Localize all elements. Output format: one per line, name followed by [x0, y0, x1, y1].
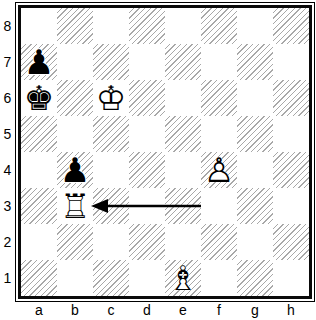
board-inner-frame: ♟♚♚♔♟♟♙♜♖♝♗	[18, 5, 312, 299]
square-a5[interactable]	[21, 116, 57, 152]
rank-label-6: 6	[0, 80, 15, 116]
piece-white-rook-b3[interactable]: ♖	[57, 188, 93, 224]
square-c5[interactable]	[93, 116, 129, 152]
square-d4[interactable]	[129, 152, 165, 188]
chess-diagram: 87654321 ♟♚♚♔♟♟♙♜♖♝♗ abcdefgh	[0, 0, 316, 320]
square-e3[interactable]	[165, 188, 201, 224]
square-e6[interactable]	[165, 80, 201, 116]
square-c7[interactable]	[93, 44, 129, 80]
square-g8[interactable]	[237, 8, 273, 44]
file-labels: abcdefgh	[21, 301, 309, 319]
piece-white-king-c6[interactable]: ♔	[93, 80, 129, 116]
file-label-d: d	[129, 301, 165, 319]
file-label-f: f	[201, 301, 237, 319]
rank-labels: 87654321	[0, 8, 15, 296]
square-d1[interactable]	[129, 260, 165, 296]
square-f7[interactable]	[201, 44, 237, 80]
square-f8[interactable]	[201, 8, 237, 44]
piece-white-bishop-e1[interactable]: ♗	[165, 260, 201, 296]
file-label-a: a	[21, 301, 57, 319]
square-d6[interactable]	[129, 80, 165, 116]
square-g2[interactable]	[237, 224, 273, 260]
rank-label-1: 1	[0, 260, 15, 296]
square-d8[interactable]	[129, 8, 165, 44]
square-e1[interactable]: ♝♗	[165, 260, 201, 296]
square-g7[interactable]	[237, 44, 273, 80]
square-b8[interactable]	[57, 8, 93, 44]
square-g6[interactable]	[237, 80, 273, 116]
rank-label-5: 5	[0, 116, 15, 152]
rank-label-3: 3	[0, 188, 15, 224]
chess-board: ♟♚♚♔♟♟♙♜♖♝♗	[21, 8, 309, 296]
square-a3[interactable]	[21, 188, 57, 224]
square-d3[interactable]	[129, 188, 165, 224]
board-frame: ♟♚♚♔♟♟♙♜♖♝♗	[15, 2, 315, 302]
square-c3[interactable]	[93, 188, 129, 224]
square-e2[interactable]	[165, 224, 201, 260]
square-a1[interactable]	[21, 260, 57, 296]
rank-label-4: 4	[0, 152, 15, 188]
file-label-c: c	[93, 301, 129, 319]
rank-label-8: 8	[0, 8, 15, 44]
square-b1[interactable]	[57, 260, 93, 296]
square-e7[interactable]	[165, 44, 201, 80]
square-c4[interactable]	[93, 152, 129, 188]
square-c1[interactable]	[93, 260, 129, 296]
square-b7[interactable]	[57, 44, 93, 80]
square-a2[interactable]	[21, 224, 57, 260]
square-b6[interactable]	[57, 80, 93, 116]
square-h3[interactable]	[273, 188, 309, 224]
square-g1[interactable]	[237, 260, 273, 296]
file-label-e: e	[165, 301, 201, 319]
square-e5[interactable]	[165, 116, 201, 152]
square-h8[interactable]	[273, 8, 309, 44]
rank-label-7: 7	[0, 44, 15, 80]
piece-white-pawn-f4[interactable]: ♙	[201, 152, 237, 188]
piece-black-pawn-b4[interactable]: ♟	[57, 152, 93, 188]
square-h2[interactable]	[273, 224, 309, 260]
square-c6[interactable]: ♚♔	[93, 80, 129, 116]
piece-black-king-a6[interactable]: ♚	[21, 80, 57, 116]
piece-black-pawn-a7[interactable]: ♟	[21, 44, 57, 80]
square-h1[interactable]	[273, 260, 309, 296]
square-f5[interactable]	[201, 116, 237, 152]
square-a8[interactable]	[21, 8, 57, 44]
square-f3[interactable]	[201, 188, 237, 224]
square-e8[interactable]	[165, 8, 201, 44]
file-label-h: h	[273, 301, 309, 319]
square-d7[interactable]	[129, 44, 165, 80]
square-b4[interactable]: ♟	[57, 152, 93, 188]
square-d5[interactable]	[129, 116, 165, 152]
square-e4[interactable]	[165, 152, 201, 188]
square-c2[interactable]	[93, 224, 129, 260]
file-label-g: g	[237, 301, 273, 319]
square-b3[interactable]: ♜♖	[57, 188, 93, 224]
square-f1[interactable]	[201, 260, 237, 296]
square-f2[interactable]	[201, 224, 237, 260]
square-g3[interactable]	[237, 188, 273, 224]
square-c8[interactable]	[93, 8, 129, 44]
rank-label-2: 2	[0, 224, 15, 260]
square-h7[interactable]	[273, 44, 309, 80]
square-d2[interactable]	[129, 224, 165, 260]
square-a6[interactable]: ♚	[21, 80, 57, 116]
square-f4[interactable]: ♟♙	[201, 152, 237, 188]
square-h5[interactable]	[273, 116, 309, 152]
square-g4[interactable]	[237, 152, 273, 188]
square-b5[interactable]	[57, 116, 93, 152]
square-a4[interactable]	[21, 152, 57, 188]
square-f6[interactable]	[201, 80, 237, 116]
square-b2[interactable]	[57, 224, 93, 260]
file-label-b: b	[57, 301, 93, 319]
square-h4[interactable]	[273, 152, 309, 188]
square-h6[interactable]	[273, 80, 309, 116]
square-a7[interactable]: ♟	[21, 44, 57, 80]
square-g5[interactable]	[237, 116, 273, 152]
